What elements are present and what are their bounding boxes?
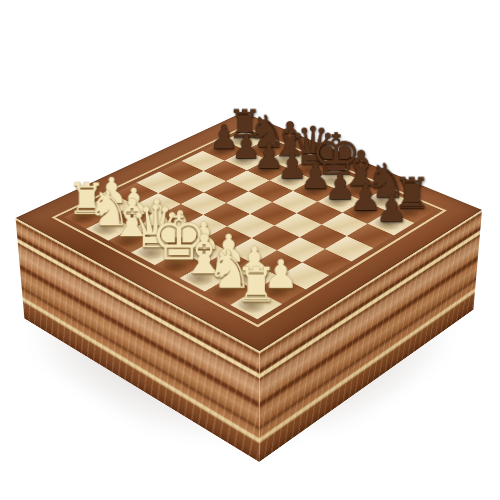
chess-storage-box: ♜♞♝♛♚♝♞♜♟♟♟♟♟♟♟♟♟♟♟♟♟♟♟♟♜♞♝♛♚♝♞♜ bbox=[16, 112, 482, 351]
square-h1[interactable]: ♜ bbox=[230, 290, 282, 319]
white-rook-icon: ♜ bbox=[235, 261, 278, 309]
chess-set-photo: ♜♞♝♛♚♝♞♜♟♟♟♟♟♟♟♟♟♟♟♟♟♟♟♟♜♞♝♛♚♝♞♜ bbox=[0, 0, 500, 500]
black-pawn-icon: ♟ bbox=[375, 191, 408, 227]
square-h7[interactable]: ♟ bbox=[368, 212, 415, 236]
white-studio-background: { "meta": { "scene": "product photo of a… bbox=[0, 0, 500, 500]
